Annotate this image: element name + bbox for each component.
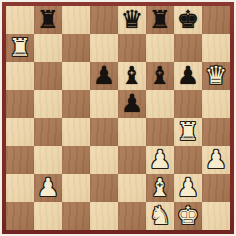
square-g4[interactable]: ♜ xyxy=(174,118,202,146)
square-e3[interactable] xyxy=(118,146,146,174)
square-g8[interactable]: ♚ xyxy=(174,6,202,34)
piece-black-pawn: ♟ xyxy=(93,62,115,90)
square-b4[interactable] xyxy=(34,118,62,146)
square-h6[interactable]: ♛ xyxy=(202,62,230,90)
square-f7[interactable] xyxy=(146,34,174,62)
square-h4[interactable] xyxy=(202,118,230,146)
square-b5[interactable] xyxy=(34,90,62,118)
square-a3[interactable] xyxy=(6,146,34,174)
piece-black-queen: ♛ xyxy=(121,6,143,34)
square-c8[interactable] xyxy=(62,6,90,34)
piece-black-bishop: ♝ xyxy=(121,62,143,90)
square-d1[interactable] xyxy=(90,202,118,230)
piece-white-queen: ♛ xyxy=(205,62,227,90)
piece-white-rook: ♜ xyxy=(177,118,199,146)
square-a2[interactable] xyxy=(6,174,34,202)
square-b6[interactable] xyxy=(34,62,62,90)
square-f6[interactable]: ♝ xyxy=(146,62,174,90)
square-d7[interactable] xyxy=(90,34,118,62)
square-d3[interactable] xyxy=(90,146,118,174)
square-h1[interactable] xyxy=(202,202,230,230)
square-g2[interactable]: ♟ xyxy=(174,174,202,202)
piece-white-king: ♚ xyxy=(177,202,199,230)
square-b1[interactable] xyxy=(34,202,62,230)
square-c5[interactable] xyxy=(62,90,90,118)
square-a5[interactable] xyxy=(6,90,34,118)
piece-white-bishop: ♝ xyxy=(149,174,171,202)
square-g3[interactable] xyxy=(174,146,202,174)
piece-black-king: ♚ xyxy=(177,6,199,34)
square-b3[interactable] xyxy=(34,146,62,174)
piece-black-bishop: ♝ xyxy=(149,62,171,90)
square-f1[interactable]: ♞ xyxy=(146,202,174,230)
square-e6[interactable]: ♝ xyxy=(118,62,146,90)
piece-black-pawn: ♟ xyxy=(177,62,199,90)
square-g1[interactable]: ♚ xyxy=(174,202,202,230)
piece-black-rook: ♜ xyxy=(37,6,59,34)
piece-white-pawn: ♟ xyxy=(177,174,199,202)
square-f2[interactable]: ♝ xyxy=(146,174,174,202)
square-b8[interactable]: ♜ xyxy=(34,6,62,34)
piece-white-knight: ♞ xyxy=(149,202,171,230)
piece-white-pawn: ♟ xyxy=(37,174,59,202)
square-d6[interactable]: ♟ xyxy=(90,62,118,90)
square-h8[interactable] xyxy=(202,6,230,34)
square-g7[interactable] xyxy=(174,34,202,62)
piece-white-rook: ♜ xyxy=(9,34,31,62)
square-f5[interactable] xyxy=(146,90,174,118)
square-d4[interactable] xyxy=(90,118,118,146)
square-d8[interactable] xyxy=(90,6,118,34)
square-h3[interactable]: ♟ xyxy=(202,146,230,174)
square-h2[interactable] xyxy=(202,174,230,202)
square-g6[interactable]: ♟ xyxy=(174,62,202,90)
chess-board: ♜♛♜♚♜♟♝♝♟♛♟♜♟♟♟♝♟♞♚ xyxy=(6,6,230,230)
square-e5[interactable]: ♟ xyxy=(118,90,146,118)
square-c1[interactable] xyxy=(62,202,90,230)
square-h5[interactable] xyxy=(202,90,230,118)
board-outer-edge: ♜♛♜♚♜♟♝♝♟♛♟♜♟♟♟♝♟♞♚ xyxy=(0,0,236,236)
square-c4[interactable] xyxy=(62,118,90,146)
square-h7[interactable] xyxy=(202,34,230,62)
piece-black-pawn: ♟ xyxy=(121,90,143,118)
board-frame: ♜♛♜♚♜♟♝♝♟♛♟♜♟♟♟♝♟♞♚ xyxy=(2,2,234,234)
square-c2[interactable] xyxy=(62,174,90,202)
square-b2[interactable]: ♟ xyxy=(34,174,62,202)
square-e4[interactable] xyxy=(118,118,146,146)
square-c3[interactable] xyxy=(62,146,90,174)
square-c6[interactable] xyxy=(62,62,90,90)
piece-black-rook: ♜ xyxy=(149,6,171,34)
square-f4[interactable] xyxy=(146,118,174,146)
square-e8[interactable]: ♛ xyxy=(118,6,146,34)
square-e1[interactable] xyxy=(118,202,146,230)
square-a8[interactable] xyxy=(6,6,34,34)
square-a1[interactable] xyxy=(6,202,34,230)
square-g5[interactable] xyxy=(174,90,202,118)
square-b7[interactable] xyxy=(34,34,62,62)
square-c7[interactable] xyxy=(62,34,90,62)
square-f8[interactable]: ♜ xyxy=(146,6,174,34)
square-a7[interactable]: ♜ xyxy=(6,34,34,62)
square-a6[interactable] xyxy=(6,62,34,90)
square-e7[interactable] xyxy=(118,34,146,62)
square-f3[interactable]: ♟ xyxy=(146,146,174,174)
square-d2[interactable] xyxy=(90,174,118,202)
piece-white-pawn: ♟ xyxy=(149,146,171,174)
square-d5[interactable] xyxy=(90,90,118,118)
piece-white-pawn: ♟ xyxy=(205,146,227,174)
square-a4[interactable] xyxy=(6,118,34,146)
square-e2[interactable] xyxy=(118,174,146,202)
